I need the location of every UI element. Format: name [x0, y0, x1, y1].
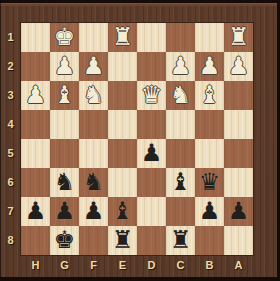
rank-label-7: 7 [0, 197, 21, 226]
white-pawn: ♟ [83, 52, 105, 81]
white-pawn: ♟ [199, 52, 221, 81]
square-f4[interactable] [79, 110, 108, 139]
square-e5[interactable] [108, 139, 137, 168]
square-b5[interactable] [195, 139, 224, 168]
rank-labels: 12345678 [0, 23, 21, 255]
square-b8[interactable] [195, 226, 224, 255]
black-rook: ♜ [112, 226, 134, 255]
white-knight: ♞ [83, 81, 105, 110]
square-e7[interactable]: ♝ [108, 197, 137, 226]
square-b7[interactable]: ♟ [195, 197, 224, 226]
white-bishop: ♝ [199, 81, 221, 110]
square-g1[interactable]: ♚ [50, 23, 79, 52]
black-rook: ♜ [170, 226, 192, 255]
white-knight: ♞ [170, 81, 192, 110]
square-d3[interactable]: ♛ [137, 81, 166, 110]
rank-label-1: 1 [0, 23, 21, 52]
file-label-a: A [224, 256, 253, 275]
square-f5[interactable] [79, 139, 108, 168]
square-f2[interactable]: ♟ [79, 52, 108, 81]
square-e4[interactable] [108, 110, 137, 139]
square-e8[interactable]: ♜ [108, 226, 137, 255]
square-b2[interactable]: ♟ [195, 52, 224, 81]
black-pawn: ♟ [25, 197, 47, 226]
square-g5[interactable] [50, 139, 79, 168]
rank-label-6: 6 [0, 168, 21, 197]
square-a1[interactable]: ♜ [224, 23, 253, 52]
square-c7[interactable] [166, 197, 195, 226]
square-d2[interactable] [137, 52, 166, 81]
square-h3[interactable]: ♟ [21, 81, 50, 110]
square-a3[interactable] [224, 81, 253, 110]
white-pawn: ♟ [25, 81, 47, 110]
square-f8[interactable] [79, 226, 108, 255]
square-h1[interactable] [21, 23, 50, 52]
square-f7[interactable]: ♟ [79, 197, 108, 226]
black-pawn: ♟ [199, 197, 221, 226]
square-e3[interactable] [108, 81, 137, 110]
square-h5[interactable] [21, 139, 50, 168]
square-g4[interactable] [50, 110, 79, 139]
square-d8[interactable] [137, 226, 166, 255]
square-c2[interactable]: ♟ [166, 52, 195, 81]
file-label-f: F [79, 256, 108, 275]
file-label-g: G [50, 256, 79, 275]
square-b3[interactable]: ♝ [195, 81, 224, 110]
white-pawn: ♟ [54, 52, 76, 81]
square-h4[interactable] [21, 110, 50, 139]
wood-edge-bottom [0, 277, 280, 281]
square-a5[interactable] [224, 139, 253, 168]
file-label-c: C [166, 256, 195, 275]
square-a2[interactable]: ♟ [224, 52, 253, 81]
file-labels: HGFEDCBA [21, 256, 253, 275]
file-label-b: B [195, 256, 224, 275]
square-g2[interactable]: ♟ [50, 52, 79, 81]
square-c1[interactable] [166, 23, 195, 52]
rank-label-8: 8 [0, 226, 21, 255]
black-pawn: ♟ [83, 197, 105, 226]
square-d1[interactable] [137, 23, 166, 52]
square-h6[interactable] [21, 168, 50, 197]
white-queen: ♛ [141, 81, 163, 110]
square-h7[interactable]: ♟ [21, 197, 50, 226]
square-a6[interactable] [224, 168, 253, 197]
square-e1[interactable]: ♜ [108, 23, 137, 52]
square-b1[interactable] [195, 23, 224, 52]
square-g8[interactable]: ♚ [50, 226, 79, 255]
chess-board-widget: 12345678 ♚♜♜♟♟♟♟♟♟♝♞♛♞♝♟♞♞♝♛♟♟♟♝♟♟♚♜♜ HG… [0, 0, 280, 281]
file-label-h: H [21, 256, 50, 275]
square-e6[interactable] [108, 168, 137, 197]
square-d6[interactable] [137, 168, 166, 197]
square-e2[interactable] [108, 52, 137, 81]
black-pawn: ♟ [141, 139, 163, 168]
black-bishop: ♝ [112, 197, 134, 226]
rank-label-3: 3 [0, 81, 21, 110]
square-g7[interactable]: ♟ [50, 197, 79, 226]
rank-label-5: 5 [0, 139, 21, 168]
white-rook: ♜ [112, 23, 134, 52]
square-c8[interactable]: ♜ [166, 226, 195, 255]
square-a4[interactable] [224, 110, 253, 139]
square-b4[interactable] [195, 110, 224, 139]
file-label-d: D [137, 256, 166, 275]
square-b6[interactable]: ♛ [195, 168, 224, 197]
square-f6[interactable]: ♞ [79, 168, 108, 197]
square-d7[interactable] [137, 197, 166, 226]
square-c5[interactable] [166, 139, 195, 168]
square-h8[interactable] [21, 226, 50, 255]
square-g3[interactable]: ♝ [50, 81, 79, 110]
black-king: ♚ [54, 226, 76, 255]
white-bishop: ♝ [54, 81, 76, 110]
square-h2[interactable] [21, 52, 50, 81]
square-a8[interactable] [224, 226, 253, 255]
rank-label-2: 2 [0, 52, 21, 81]
board: ♚♜♜♟♟♟♟♟♟♝♞♛♞♝♟♞♞♝♛♟♟♟♝♟♟♚♜♜ [21, 23, 253, 255]
square-c3[interactable]: ♞ [166, 81, 195, 110]
square-f3[interactable]: ♞ [79, 81, 108, 110]
white-pawn: ♟ [228, 52, 250, 81]
white-pawn: ♟ [170, 52, 192, 81]
square-f1[interactable] [79, 23, 108, 52]
square-g6[interactable]: ♞ [50, 168, 79, 197]
wood-edge-top [0, 0, 280, 6]
square-a7[interactable]: ♟ [224, 197, 253, 226]
black-pawn: ♟ [228, 197, 250, 226]
black-knight: ♞ [54, 168, 76, 197]
wood-edge-right [277, 0, 280, 281]
white-rook: ♜ [228, 23, 250, 52]
black-pawn: ♟ [54, 197, 76, 226]
square-c4[interactable] [166, 110, 195, 139]
black-knight: ♞ [83, 168, 105, 197]
white-king: ♚ [54, 23, 76, 52]
square-d4[interactable] [137, 110, 166, 139]
black-queen: ♛ [199, 168, 221, 197]
square-c6[interactable]: ♝ [166, 168, 195, 197]
black-bishop: ♝ [170, 168, 192, 197]
file-label-e: E [108, 256, 137, 275]
square-d5[interactable]: ♟ [137, 139, 166, 168]
rank-label-4: 4 [0, 110, 21, 139]
